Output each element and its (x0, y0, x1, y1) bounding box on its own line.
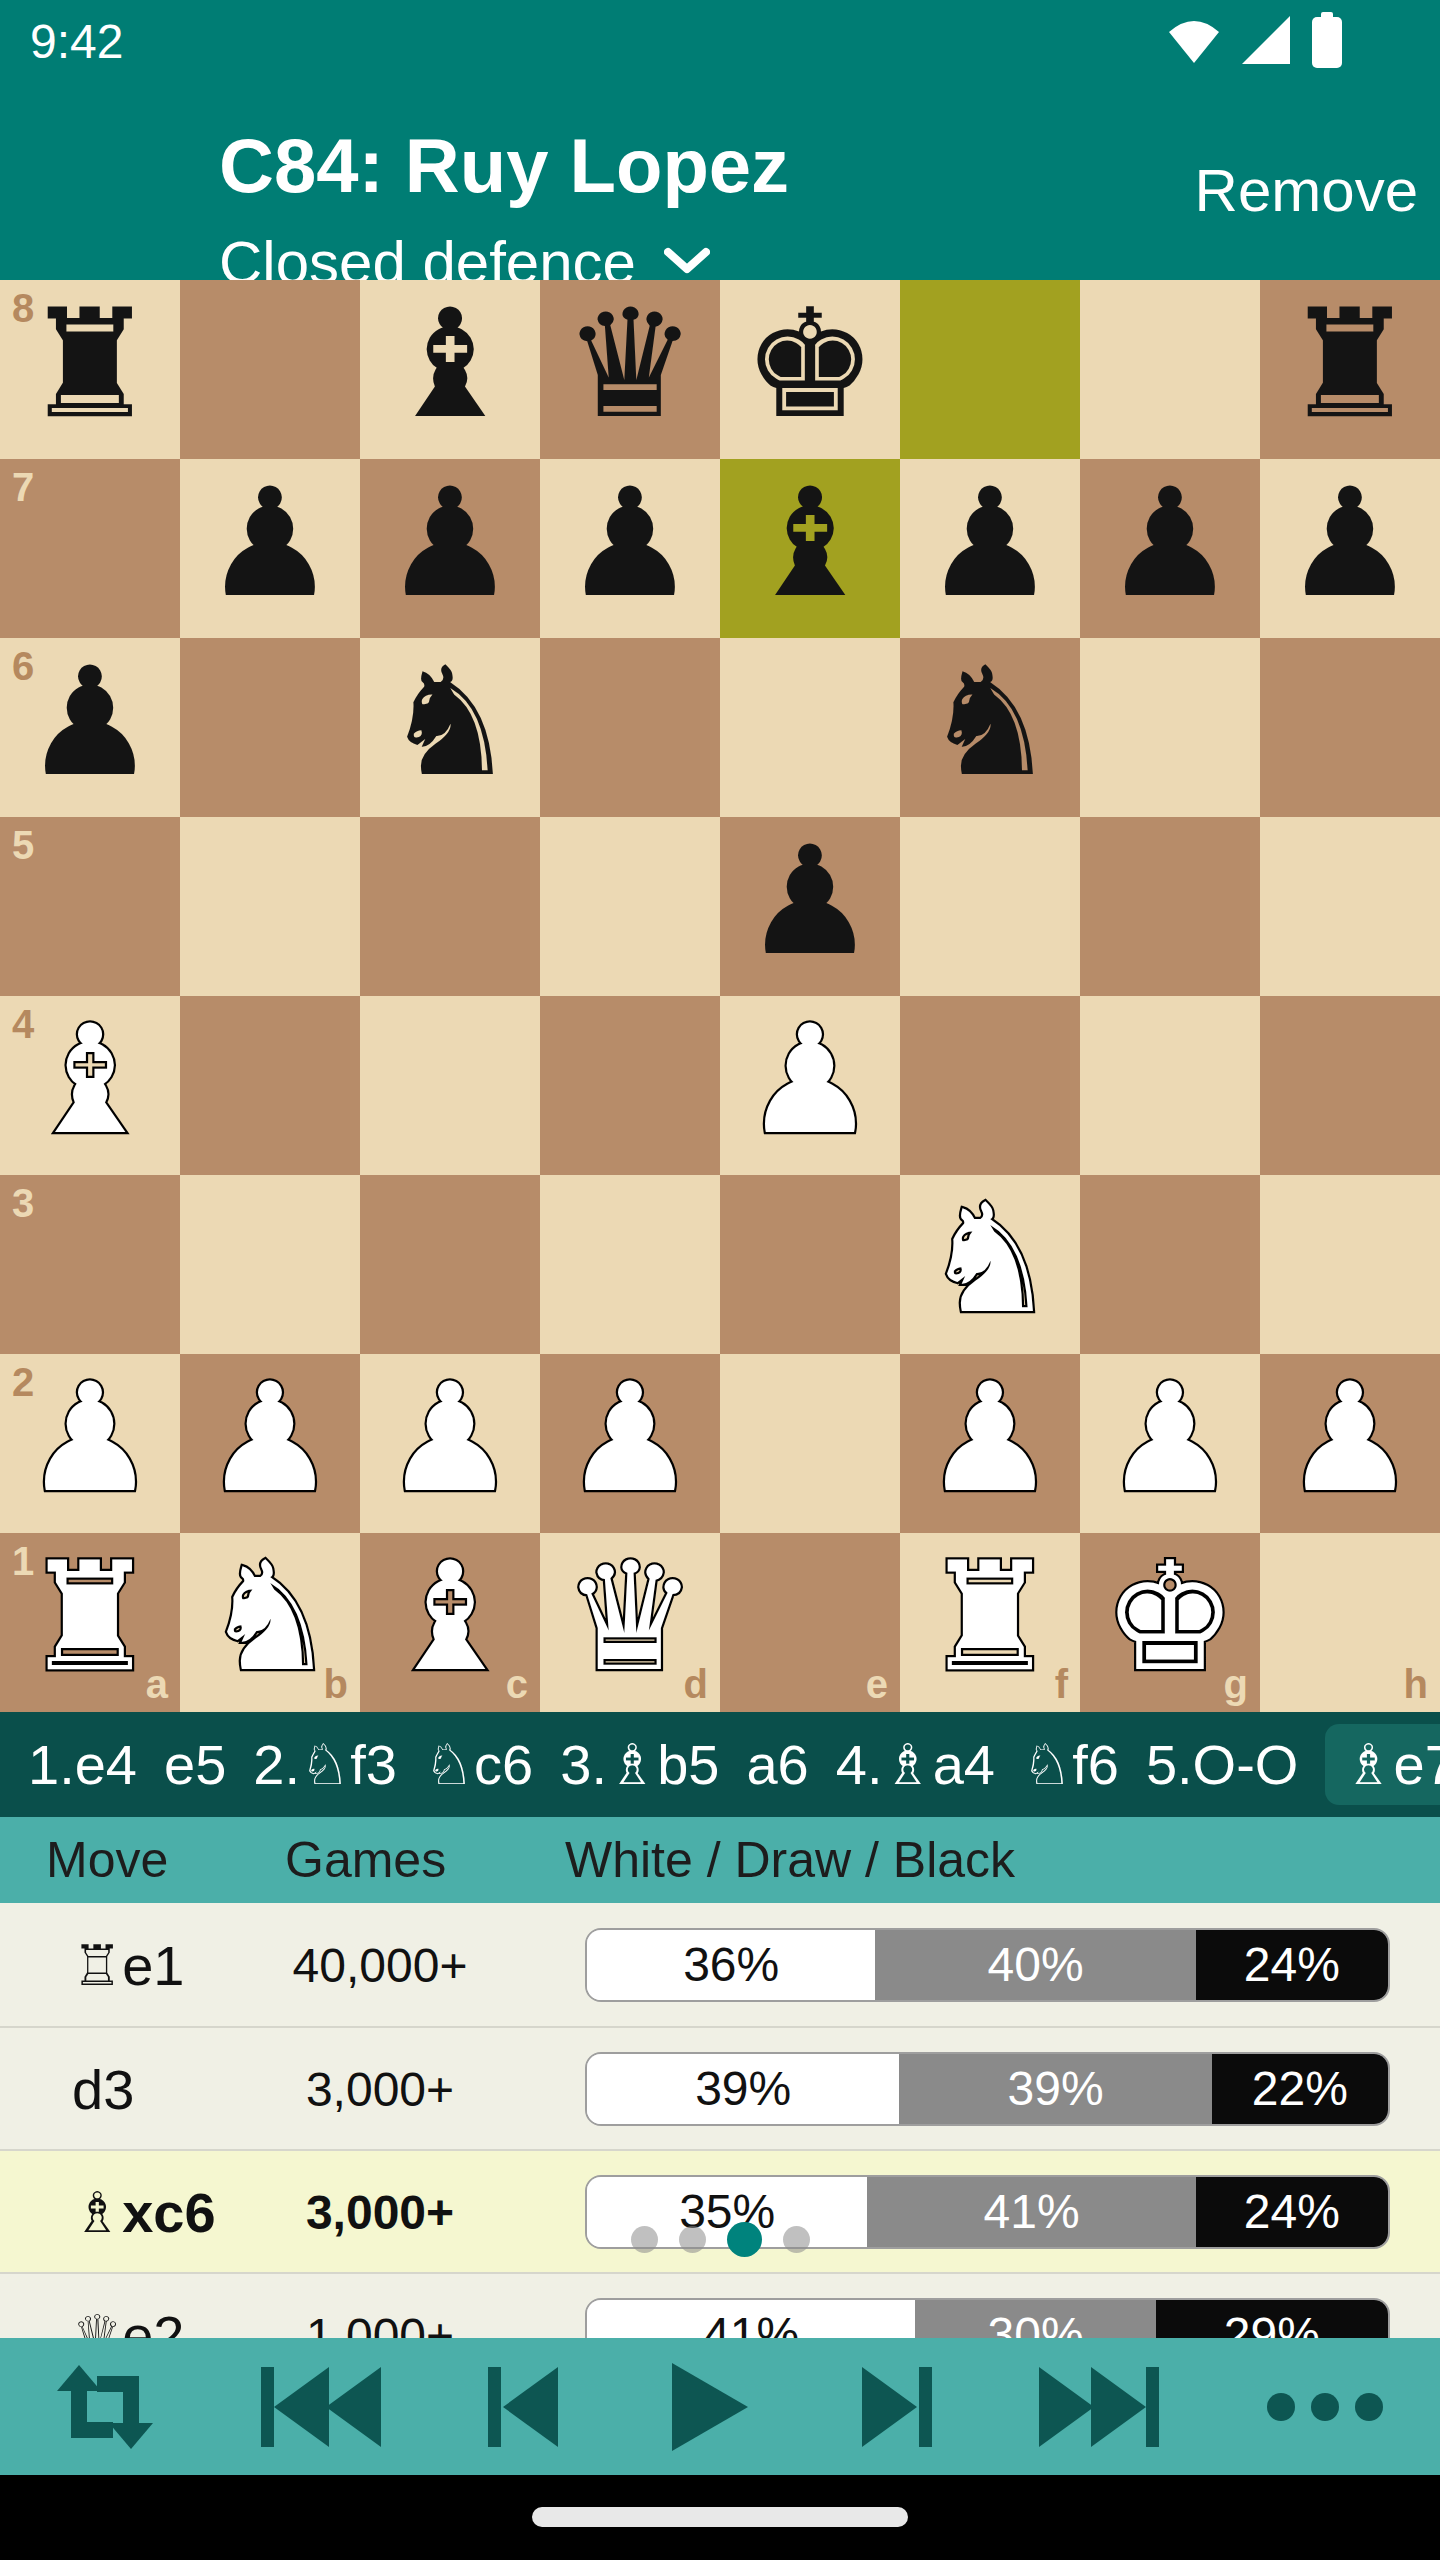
square-d3[interactable] (540, 1175, 720, 1354)
white-pawn: ♟ (383, 1363, 517, 1513)
square-g2[interactable]: ♟ (1080, 1354, 1260, 1533)
square-f7[interactable]: ♟ (900, 459, 1080, 638)
white-rook: ♜ (23, 1542, 157, 1692)
square-d7[interactable]: ♟ (540, 459, 720, 638)
square-e2[interactable] (720, 1354, 900, 1533)
square-c4[interactable] (360, 996, 540, 1175)
rank-label-5: 5 (12, 825, 34, 865)
square-g8[interactable] (1080, 280, 1260, 459)
square-d1[interactable]: d♛ (540, 1533, 720, 1712)
status-icons (1168, 14, 1342, 70)
square-b3[interactable] (180, 1175, 360, 1354)
black-king: ♚ (743, 289, 877, 439)
move-token-selected[interactable]: ♗e7 (1325, 1724, 1440, 1805)
skip-to-end-button[interactable] (1039, 2365, 1159, 2449)
square-g6[interactable] (1080, 638, 1260, 817)
move-token[interactable]: e5 (164, 1732, 226, 1797)
square-e4[interactable]: ♟ (720, 996, 900, 1175)
white-pawn: ♟ (923, 1363, 1057, 1513)
black-bishop: ♝ (383, 289, 517, 439)
square-h1[interactable]: h (1260, 1533, 1440, 1712)
wifi-icon (1168, 16, 1220, 68)
step-forward-button[interactable] (856, 2365, 932, 2449)
square-c2[interactable]: ♟ (360, 1354, 540, 1533)
square-f2[interactable]: ♟ (900, 1354, 1080, 1533)
games-cell: 40,000+ (280, 1937, 480, 1992)
move-token[interactable]: 1.e4 (28, 1732, 137, 1797)
chess-board[interactable]: 8♜♝♛♚♜7♟♟♟♝♟♟♟6♟♞♞5♟4♝♟3♞2♟♟♟♟♟♟♟1a♜b♞c♝… (0, 280, 1440, 1712)
black-percent: 24% (1196, 1930, 1388, 2000)
white-king: ♚ (1103, 1542, 1237, 1692)
square-h8[interactable]: ♜ (1260, 280, 1440, 459)
white-pawn: ♟ (203, 1363, 337, 1513)
white-pawn: ♟ (1103, 1363, 1237, 1513)
square-b1[interactable]: b♞ (180, 1533, 360, 1712)
black-percent: 29% (1156, 2300, 1388, 2339)
black-percent: 22% (1212, 2054, 1388, 2124)
square-g4[interactable] (1080, 996, 1260, 1175)
home-gesture-pill[interactable] (532, 2507, 908, 2527)
black-bishop: ♝ (743, 468, 877, 618)
square-a3[interactable]: 3 (0, 1175, 180, 1354)
status-time: 9:42 (30, 14, 123, 69)
black-queen: ♛ (563, 289, 697, 439)
move-token[interactable]: 2.♘f3 (253, 1732, 397, 1797)
games-cell: 3,000+ (280, 2061, 480, 2116)
column-header-games: Games (285, 1831, 446, 1889)
white-percent: 36% (587, 1930, 875, 2000)
square-h7[interactable]: ♟ (1260, 459, 1440, 638)
draw-percent: 40% (875, 1930, 1195, 2000)
table-row[interactable]: d33,000+39%39%22% (0, 2026, 1440, 2149)
column-header-results: White / Draw / Black (565, 1831, 1015, 1889)
square-b6[interactable] (180, 638, 360, 817)
page-dot (679, 2226, 706, 2253)
square-b8[interactable] (180, 280, 360, 459)
square-d6[interactable] (540, 638, 720, 817)
black-knight: ♞ (923, 647, 1057, 797)
page-indicator-dots[interactable] (0, 2222, 1440, 2257)
play-button[interactable] (670, 2363, 750, 2451)
square-c5[interactable] (360, 817, 540, 996)
page-dot (783, 2226, 810, 2253)
white-percent: 41% (587, 2300, 915, 2339)
black-knight: ♞ (383, 647, 517, 797)
white-pawn: ♟ (23, 1363, 157, 1513)
black-pawn: ♟ (23, 647, 157, 797)
black-pawn: ♟ (923, 468, 1057, 618)
result-bar: 39%39%22% (585, 2052, 1390, 2126)
move-token[interactable]: 4.♗a4 (836, 1732, 995, 1797)
square-b7[interactable]: ♟ (180, 459, 360, 638)
square-d8[interactable]: ♛ (540, 280, 720, 459)
signal-icon (1242, 16, 1290, 68)
playback-toolbar (0, 2338, 1440, 2475)
white-pawn: ♟ (1283, 1363, 1417, 1513)
black-rook: ♜ (23, 289, 157, 439)
move-cell: ♕e2 (72, 2302, 185, 2338)
white-knight: ♞ (203, 1542, 337, 1692)
file-label-e: e (866, 1664, 888, 1704)
move-stats-table: ♖e140,000+36%40%24%d33,000+39%39%22%♗xc6… (0, 1903, 1440, 2338)
square-h5[interactable] (1260, 817, 1440, 996)
page-dot-active (727, 2222, 762, 2257)
square-f4[interactable] (900, 996, 1080, 1175)
move-cell: ♖e1 (72, 1932, 185, 1997)
square-e5[interactable]: ♟ (720, 817, 900, 996)
move-token[interactable]: 3.♗b5 (560, 1732, 719, 1797)
square-c3[interactable] (360, 1175, 540, 1354)
table-row[interactable]: ♕e21,000+41%30%29% (0, 2272, 1440, 2338)
black-pawn: ♟ (1103, 468, 1237, 618)
square-b4[interactable] (180, 996, 360, 1175)
flip-board-button[interactable] (55, 2365, 155, 2449)
square-e7[interactable]: ♝ (720, 459, 900, 638)
result-bar: 41%30%29% (585, 2298, 1390, 2339)
move-token[interactable]: ♘f6 (1022, 1732, 1119, 1797)
draw-percent: 30% (915, 2300, 1155, 2339)
square-a2[interactable]: 2♟ (0, 1354, 180, 1533)
games-cell: 1,000+ (280, 2307, 480, 2338)
page-dot (631, 2226, 658, 2253)
square-e6[interactable] (720, 638, 900, 817)
square-h2[interactable]: ♟ (1260, 1354, 1440, 1533)
square-c6[interactable]: ♞ (360, 638, 540, 817)
square-g5[interactable] (1080, 817, 1260, 996)
square-e3[interactable] (720, 1175, 900, 1354)
app-header: 9:42 C84: Ruy Lopez Closed defence Remov… (0, 0, 1440, 280)
column-header-move: Move (46, 1831, 168, 1889)
square-f3[interactable]: ♞ (900, 1175, 1080, 1354)
square-d2[interactable]: ♟ (540, 1354, 720, 1533)
stats-table-header: Move Games White / Draw / Black (0, 1817, 1440, 1903)
system-nav-bar (0, 2475, 1440, 2560)
draw-percent: 39% (899, 2054, 1211, 2124)
move-cell: d3 (72, 2056, 134, 2121)
chess-opening-explorer-screen: 9:42 C84: Ruy Lopez Closed defence Remov… (0, 0, 1440, 2560)
rank-label-3: 3 (12, 1183, 34, 1223)
more-options-button[interactable] (1265, 2365, 1385, 2449)
square-a1[interactable]: 1a♜ (0, 1533, 180, 1712)
skip-to-start-button[interactable] (261, 2365, 381, 2449)
square-h3[interactable] (1260, 1175, 1440, 1354)
black-pawn: ♟ (1283, 468, 1417, 618)
move-token[interactable]: a6 (746, 1732, 808, 1797)
black-rook: ♜ (1283, 289, 1417, 439)
square-a6[interactable]: 6♟ (0, 638, 180, 817)
square-a5[interactable]: 5 (0, 817, 180, 996)
move-token[interactable]: ♘c6 (424, 1732, 533, 1797)
white-percent: 39% (587, 2054, 899, 2124)
square-d4[interactable] (540, 996, 720, 1175)
square-f6[interactable]: ♞ (900, 638, 1080, 817)
square-a7[interactable]: 7 (0, 459, 180, 638)
white-bishop: ♝ (383, 1542, 517, 1692)
battery-icon (1312, 12, 1342, 72)
white-pawn: ♟ (743, 1005, 877, 1155)
square-b5[interactable] (180, 817, 360, 996)
file-label-h: h (1404, 1664, 1428, 1704)
square-f5[interactable] (900, 817, 1080, 996)
white-pawn: ♟ (563, 1363, 697, 1513)
white-rook: ♜ (923, 1542, 1057, 1692)
square-g1[interactable]: g♚ (1080, 1533, 1260, 1712)
square-f1[interactable]: f♜ (900, 1533, 1080, 1712)
move-token[interactable]: 5.O-O (1146, 1732, 1298, 1797)
move-list-bar[interactable]: 1.e4e52.♘f3♘c63.♗b5a64.♗a4♘f65.O-O♗e7 (0, 1712, 1440, 1817)
square-f8[interactable] (900, 280, 1080, 459)
square-a4[interactable]: 4♝ (0, 996, 180, 1175)
square-b2[interactable]: ♟ (180, 1354, 360, 1533)
table-row[interactable]: ♖e140,000+36%40%24% (0, 1903, 1440, 2026)
square-h6[interactable] (1260, 638, 1440, 817)
black-pawn: ♟ (563, 468, 697, 618)
square-c7[interactable]: ♟ (360, 459, 540, 638)
white-knight: ♞ (923, 1184, 1057, 1334)
square-g3[interactable] (1080, 1175, 1260, 1354)
square-c8[interactable]: ♝ (360, 280, 540, 459)
square-d5[interactable] (540, 817, 720, 996)
white-queen: ♛ (563, 1542, 697, 1692)
rank-label-7: 7 (12, 467, 34, 507)
remove-button[interactable]: Remove (1195, 156, 1418, 225)
black-pawn: ♟ (743, 826, 877, 976)
square-c1[interactable]: c♝ (360, 1533, 540, 1712)
step-back-button[interactable] (488, 2365, 564, 2449)
page-title: C84: Ruy Lopez (219, 122, 789, 209)
square-a8[interactable]: 8♜ (0, 280, 180, 459)
square-e1[interactable]: e (720, 1533, 900, 1712)
square-h4[interactable] (1260, 996, 1440, 1175)
chevron-down-icon (664, 247, 710, 279)
black-pawn: ♟ (383, 468, 517, 618)
square-e8[interactable]: ♚ (720, 280, 900, 459)
white-bishop: ♝ (23, 1005, 157, 1155)
black-pawn: ♟ (203, 468, 337, 618)
result-bar: 36%40%24% (585, 1928, 1390, 2002)
square-g7[interactable]: ♟ (1080, 459, 1260, 638)
